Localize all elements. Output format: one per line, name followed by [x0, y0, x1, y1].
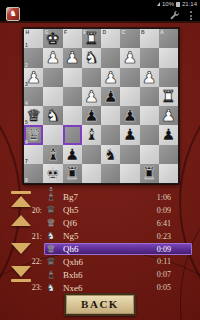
clock: 21:14 — [182, 1, 197, 7]
square-a6[interactable]: ♟ — [159, 125, 178, 144]
square-a8[interactable] — [159, 164, 178, 183]
square-h2[interactable]: 2 — [24, 48, 43, 67]
square-h4[interactable]: 4 — [24, 87, 43, 106]
black-bishop-icon: ♝ — [44, 269, 58, 281]
move-time: 0:09 — [157, 206, 200, 215]
file-label: C — [122, 29, 126, 35]
square-b3[interactable]: ♟ — [140, 68, 159, 87]
square-g3[interactable] — [43, 68, 62, 87]
square-f8[interactable]: ♜ — [63, 164, 82, 183]
square-d1[interactable]: D — [101, 29, 120, 48]
square-c1[interactable]: C — [120, 29, 139, 48]
back-button[interactable]: BACK — [64, 293, 136, 316]
square-f1[interactable]: F — [63, 29, 82, 48]
black-bishop: ♝ — [43, 145, 62, 164]
square-c3[interactable] — [120, 68, 139, 87]
chess-board: H1G♚FE♜DCBA2♟♟♞♟3♟♟♟4♟♟♜5♛♞♟♟♟6♛♝♟♟7♝♟♞8… — [23, 28, 179, 184]
square-e1[interactable]: E♜ — [82, 29, 101, 48]
move-time: 0:23 — [157, 232, 200, 241]
white-pawn: ♟ — [24, 68, 43, 87]
move-row[interactable]: ♝Bg71:06 — [0, 191, 200, 204]
black-knight: ♞ — [101, 145, 120, 164]
move-time: 0:11 — [157, 257, 200, 266]
square-e2[interactable]: ♞ — [82, 48, 101, 67]
move-san: Qxh6 — [63, 257, 157, 267]
move-row-current[interactable]: ♛Qh60:09 — [0, 243, 200, 256]
black-bishop: ♝ — [82, 125, 101, 144]
square-b8[interactable]: ♜ — [140, 164, 159, 183]
file-label: D — [103, 29, 107, 35]
square-a4[interactable]: ♜ — [159, 87, 178, 106]
move-time: 0:07 — [157, 270, 200, 279]
square-b7[interactable] — [140, 145, 159, 164]
move-san: Qh6 — [63, 244, 157, 254]
square-a7[interactable] — [159, 145, 178, 164]
square-c2[interactable]: ♟ — [120, 48, 139, 67]
black-rook: ♜ — [63, 164, 82, 183]
move-time: 0:09 — [157, 245, 200, 254]
square-a1[interactable]: A — [159, 29, 178, 48]
white-rook: ♜ — [159, 87, 178, 106]
square-b5[interactable] — [140, 106, 159, 125]
black-pawn: ♟ — [82, 106, 101, 125]
white-knight: ♞ — [82, 48, 101, 67]
white-queen-icon: ♛ — [44, 204, 58, 216]
white-pawn: ♟ — [101, 68, 120, 87]
white-knight-icon: ♞ — [44, 230, 58, 242]
black-pawn: ♟ — [159, 125, 178, 144]
square-h5[interactable]: 5♛ — [24, 106, 43, 125]
move-number: 23: — [0, 283, 42, 292]
move-san: Bxh6 — [63, 270, 157, 280]
square-d2[interactable] — [101, 48, 120, 67]
white-queen-icon: ♛ — [44, 256, 58, 268]
app-icon[interactable]: ♞ — [6, 7, 20, 21]
square-b1[interactable]: B — [140, 29, 159, 48]
move-row[interactable]: 21:♞Ng50:23 — [0, 230, 200, 243]
square-h8[interactable]: 8 — [24, 164, 43, 183]
square-h3[interactable]: 3♟ — [24, 68, 43, 87]
square-c8[interactable] — [120, 164, 139, 183]
move-san: Nxe6 — [63, 283, 157, 293]
battery-icon — [176, 2, 180, 7]
square-g8[interactable]: ♚ — [43, 164, 62, 183]
square-g5[interactable]: ♞ — [43, 106, 62, 125]
square-g4[interactable] — [43, 87, 62, 106]
square-b6[interactable] — [140, 125, 159, 144]
square-c4[interactable] — [120, 87, 139, 106]
white-queen: ♛ — [24, 106, 43, 125]
black-bishop-icon: ♝ — [44, 191, 58, 203]
move-time: 0:05 — [157, 283, 200, 292]
move-row[interactable]: 22:♛Qxh60:11 — [0, 255, 200, 268]
square-f4[interactable] — [63, 87, 82, 106]
white-pawn: ♟ — [120, 48, 139, 67]
square-g7[interactable]: ♝ — [43, 145, 62, 164]
square-e7[interactable] — [82, 145, 101, 164]
square-h1[interactable]: H1 — [24, 29, 43, 48]
black-king: ♚ — [43, 164, 62, 183]
black-pawn: ♟ — [120, 106, 139, 125]
overflow-menu-icon[interactable] — [188, 10, 194, 21]
square-a2[interactable] — [159, 48, 178, 67]
move-san: Qf6 — [63, 218, 157, 228]
move-list: ♝♝Bg71:0620:♛Qh50:09♛Qf66:4121:♞Ng50:23♛… — [0, 184, 200, 294]
white-rook: ♜ — [82, 29, 101, 48]
black-queen-icon: ♛ — [44, 217, 58, 229]
move-number: 20: — [0, 206, 42, 215]
square-e8[interactable] — [82, 164, 101, 183]
file-label: A — [160, 29, 164, 35]
move-san: Qh5 — [63, 205, 157, 215]
square-h7[interactable]: 7 — [24, 145, 43, 164]
wrench-icon[interactable] — [169, 10, 180, 21]
white-knight: ♞ — [43, 106, 62, 125]
black-pawn: ♟ — [63, 145, 82, 164]
square-d6[interactable] — [101, 125, 120, 144]
signal-icon — [157, 2, 160, 6]
square-g6[interactable] — [43, 125, 62, 144]
white-pawn: ♟ — [63, 48, 82, 67]
app-screen: 10% 21:14 ♞ H1G♚FE♜DCBA2♟♟♞♟3♟♟♟4♟♟♜5♛♞♟… — [0, 0, 200, 320]
move-row[interactable]: ♛Qf66:41 — [0, 217, 200, 230]
app-icon-knight-glyph: ♞ — [9, 8, 16, 20]
status-bar: 10% 21:14 — [0, 0, 200, 8]
square-b4[interactable] — [140, 87, 159, 106]
square-f5[interactable] — [63, 106, 82, 125]
square-h6[interactable]: 6♛ — [24, 125, 43, 144]
square-f3[interactable] — [63, 68, 82, 87]
square-e4[interactable]: ♟ — [82, 87, 101, 106]
file-label: B — [141, 29, 145, 35]
square-c7[interactable] — [120, 145, 139, 164]
move-row[interactable]: ♝Bxh60:07 — [0, 268, 200, 281]
black-queen: ♛ — [24, 125, 43, 144]
square-f6[interactable] — [63, 125, 82, 144]
white-king: ♚ — [43, 29, 62, 48]
rank-label: 8 — [25, 177, 28, 183]
square-d3[interactable]: ♟ — [101, 68, 120, 87]
white-pawn: ♟ — [140, 68, 159, 87]
square-a3[interactable] — [159, 68, 178, 87]
black-queen-icon: ♛ — [44, 243, 58, 255]
square-e6[interactable]: ♝ — [82, 125, 101, 144]
white-pawn: ♟ — [159, 106, 178, 125]
move-san: Bg7 — [63, 192, 157, 202]
white-pawn: ♟ — [43, 48, 62, 67]
square-d7[interactable]: ♞ — [101, 145, 120, 164]
white-pawn: ♟ — [82, 87, 101, 106]
move-row[interactable]: ♝ — [0, 184, 200, 191]
file-label: F — [64, 29, 67, 35]
square-g2[interactable]: ♟ — [43, 48, 62, 67]
square-c6[interactable]: ♟ — [120, 125, 139, 144]
move-number: 21: — [0, 232, 42, 241]
square-d8[interactable] — [101, 164, 120, 183]
square-e5[interactable]: ♟ — [82, 106, 101, 125]
square-b2[interactable] — [140, 48, 159, 67]
square-e3[interactable] — [82, 68, 101, 87]
move-san: Ng5 — [63, 231, 157, 241]
move-time: 6:41 — [157, 219, 200, 228]
move-time: 1:06 — [157, 193, 200, 202]
move-number: 22: — [0, 257, 42, 266]
white-knight-icon: ♞ — [44, 282, 58, 294]
file-label: H — [26, 29, 30, 35]
square-g1[interactable]: G♚ — [43, 29, 62, 48]
move-row[interactable]: 20:♛Qh50:09 — [0, 204, 200, 217]
black-rook: ♜ — [140, 164, 159, 183]
action-bar: ♞ — [0, 8, 200, 23]
black-pawn: ♟ — [120, 125, 139, 144]
square-a5[interactable]: ♟ — [159, 106, 178, 125]
square-f7[interactable]: ♟ — [63, 145, 82, 164]
battery-percent: 10% — [162, 1, 174, 7]
square-d5[interactable] — [101, 106, 120, 125]
square-c5[interactable]: ♟ — [120, 106, 139, 125]
square-d4[interactable]: ♟ — [101, 87, 120, 106]
black-pawn: ♟ — [101, 87, 120, 106]
square-f2[interactable]: ♟ — [63, 48, 82, 67]
